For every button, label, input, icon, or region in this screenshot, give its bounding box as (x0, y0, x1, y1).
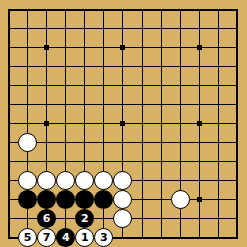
star-point (120, 45, 125, 50)
move-number-label: 5 (24, 232, 32, 243)
grid-line-vertical-8 (161, 9, 162, 239)
white-stone (18, 171, 37, 190)
move-number-label: 2 (81, 213, 89, 224)
white-stone (18, 133, 37, 152)
star-point (44, 121, 49, 126)
white-stone (75, 171, 94, 190)
white-stone (113, 209, 132, 228)
black-stone (56, 190, 75, 209)
go-board[interactable]: 6257413 (0, 0, 247, 247)
move-number-label: 7 (43, 232, 51, 243)
black-stone (94, 190, 113, 209)
white-stone-move-5: 5 (18, 228, 37, 247)
move-number-label: 6 (43, 213, 51, 224)
grid-line-vertical-12 (236, 9, 238, 239)
star-point (197, 45, 202, 50)
grid-line-vertical-11 (218, 9, 219, 239)
white-stone (113, 190, 132, 209)
grid-line-horizontal-8 (8, 161, 239, 162)
white-stone (171, 190, 190, 209)
black-stone-move-6: 6 (37, 209, 56, 228)
star-point (197, 121, 202, 126)
white-stone-move-3: 3 (94, 228, 113, 247)
black-stone-move-2: 2 (75, 209, 94, 228)
move-number-label: 3 (100, 232, 108, 243)
black-stone (37, 190, 56, 209)
white-stone (37, 171, 56, 190)
white-stone (56, 171, 75, 190)
grid-line-vertical-7 (142, 9, 143, 239)
white-stone-move-7: 7 (37, 228, 56, 247)
black-stone-move-4: 4 (56, 228, 75, 247)
star-point (120, 121, 125, 126)
black-stone (18, 190, 37, 209)
black-stone (75, 190, 94, 209)
star-point (44, 45, 49, 50)
grid-line-horizontal-7 (8, 142, 239, 143)
move-number-label: 1 (81, 232, 89, 243)
white-stone (113, 171, 132, 190)
white-stone (94, 171, 113, 190)
white-stone-move-1: 1 (75, 228, 94, 247)
star-point (197, 197, 202, 202)
move-number-label: 4 (62, 232, 70, 243)
